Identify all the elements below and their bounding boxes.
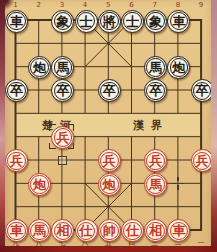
piece-red-horse[interactable]: 馬 (144, 173, 167, 196)
file-label-top-5: 5 (103, 1, 113, 9)
file-label-top-2: 2 (34, 1, 44, 9)
file-label-top-8: 8 (173, 1, 183, 9)
piece-red-cannon[interactable]: 炮 (28, 173, 51, 196)
piece-red-cannon[interactable]: 炮 (98, 173, 121, 196)
piece-black-advisor[interactable]: 士 (121, 10, 144, 33)
file-label-top-4: 4 (80, 1, 90, 9)
piece-black-rook[interactable]: 車 (167, 10, 190, 33)
file-label-top-6: 6 (127, 1, 137, 9)
piece-black-general[interactable]: 將 (98, 10, 121, 33)
xiangqi-board-photo: 楚河 漢界 123456789 九八七六五四三二一 車象士將士象車炮馬馬炮卒卒卒… (0, 0, 217, 252)
file-label-top-7: 7 (150, 1, 160, 9)
crosshair-marker (171, 177, 184, 190)
photo-edge-right (211, 0, 217, 252)
piece-black-advisor[interactable]: 士 (75, 10, 98, 33)
photo-edge-bottom (0, 246, 217, 252)
board-grid (0, 0, 217, 252)
file-label-top-3: 3 (57, 1, 67, 9)
file-label-top-9: 9 (196, 1, 206, 9)
piece-black-rook[interactable]: 車 (5, 10, 28, 33)
photo-edge-left (0, 0, 5, 252)
piece-black-elephant[interactable]: 象 (144, 10, 167, 33)
last-move-from-marker (58, 156, 67, 165)
last-move-to-marker (49, 124, 74, 149)
river-label-han-jie: 漢界 (133, 119, 169, 133)
piece-black-elephant[interactable]: 象 (51, 10, 74, 33)
piece-red-advisor[interactable]: 仕 (75, 219, 98, 242)
